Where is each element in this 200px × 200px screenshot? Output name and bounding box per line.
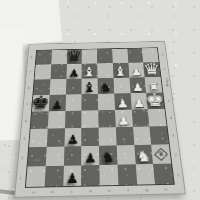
piece-white-pawn: ♟ <box>117 98 129 110</box>
rank-label: 3 <box>22 133 27 144</box>
square-a8[interactable] <box>36 50 52 65</box>
square-c4[interactable] <box>65 111 82 129</box>
rank-label: 4 <box>168 112 174 123</box>
square-e2[interactable]: ♞ <box>99 145 117 165</box>
piece-black-bishop: ♝ <box>82 80 97 94</box>
square-b7[interactable] <box>50 64 66 79</box>
square-b1[interactable] <box>44 166 63 187</box>
piece-white-bishop: ♝ <box>82 65 96 78</box>
square-d2[interactable]: ♟ <box>81 146 99 166</box>
square-h4[interactable] <box>148 109 167 127</box>
square-c8[interactable]: ♛ <box>66 50 81 64</box>
board-logo-emblem: ♛ <box>155 149 166 159</box>
square-b5[interactable]: ♟ <box>49 95 66 112</box>
square-b8[interactable] <box>51 50 67 64</box>
square-f1[interactable] <box>117 164 136 185</box>
square-h7[interactable]: ♛ <box>143 62 160 77</box>
square-b6[interactable] <box>49 79 66 95</box>
square-g8[interactable] <box>127 48 143 62</box>
rank-label: 8 <box>160 50 165 59</box>
file-label: d <box>85 189 97 194</box>
rank-label: 2 <box>173 148 179 160</box>
square-c2[interactable] <box>63 146 81 166</box>
piece-white-pawn: ♟ <box>117 115 130 127</box>
rank-label: 3 <box>170 130 176 141</box>
square-f5[interactable]: ♟ <box>114 93 131 110</box>
square-g2[interactable]: ♞ <box>134 145 153 165</box>
rank-label: 7 <box>162 64 167 73</box>
rank-label: 1 <box>18 171 24 184</box>
piece-black-queen: ♛ <box>66 49 83 64</box>
square-g6[interactable]: ♟ <box>129 77 146 93</box>
square-b3[interactable] <box>47 128 65 147</box>
square-d4[interactable] <box>82 110 99 128</box>
rank-label: 6 <box>26 82 31 92</box>
square-g3[interactable] <box>133 126 152 145</box>
square-a2[interactable] <box>28 147 47 167</box>
board-grid: ♛♟♝♝♟♛♝♞♟♜♚♟♟♟♚♟♟♟♞♞♛♟ <box>25 47 175 188</box>
square-e1[interactable] <box>99 165 118 186</box>
piece-white-pawn: ♟ <box>133 98 146 110</box>
square-a4[interactable] <box>31 111 49 129</box>
square-a3[interactable] <box>29 129 47 148</box>
rank-label: 2 <box>20 152 26 164</box>
square-h2[interactable]: ♛ <box>151 144 171 164</box>
square-b2[interactable] <box>45 147 64 167</box>
square-f2[interactable] <box>116 145 135 165</box>
square-d1[interactable] <box>81 165 99 186</box>
rank-label: 1 <box>175 168 181 180</box>
piece-black-pawn: ♟ <box>84 152 97 166</box>
file-label: c <box>66 189 78 194</box>
file-label: f <box>122 188 134 193</box>
square-e6[interactable]: ♞ <box>98 78 114 94</box>
square-f8[interactable] <box>112 49 128 63</box>
rank-label: 5 <box>25 98 30 108</box>
square-c1[interactable]: ♟ <box>63 165 82 186</box>
square-d6[interactable]: ♝ <box>82 78 98 94</box>
piece-black-pawn: ♟ <box>68 68 79 78</box>
file-label: g <box>141 188 153 193</box>
square-c7[interactable]: ♟ <box>66 64 82 79</box>
file-label: a <box>28 190 40 195</box>
square-f6[interactable] <box>113 78 130 94</box>
piece-white-pawn: ♟ <box>132 82 144 93</box>
square-a7[interactable] <box>35 64 52 79</box>
file-label: e <box>103 188 115 193</box>
piece-black-pawn: ♟ <box>66 134 79 147</box>
square-e8[interactable] <box>97 49 113 63</box>
rank-label: 5 <box>166 95 171 105</box>
board-edge-text: chess <box>165 78 170 87</box>
square-d5[interactable] <box>82 94 99 111</box>
piece-black-pawn: ♟ <box>51 100 63 112</box>
square-h5[interactable]: ♚ <box>146 93 164 110</box>
square-h1[interactable] <box>153 164 173 185</box>
piece-white-queen: ♛ <box>143 61 162 77</box>
square-d7[interactable]: ♝ <box>82 63 98 78</box>
board-frame: abcdefgh 87654321 87654321 chess ♛♟♝♝♟♛♝… <box>14 41 186 198</box>
piece-black-pawn: ♟ <box>65 172 78 186</box>
piece-white-king: ♚ <box>145 91 166 109</box>
square-e3[interactable] <box>99 127 117 146</box>
square-c6[interactable] <box>66 79 82 95</box>
square-g4[interactable] <box>131 109 149 127</box>
square-c3[interactable]: ♟ <box>64 128 82 147</box>
square-f4[interactable]: ♟ <box>115 110 133 128</box>
chess-board: abcdefgh 87654321 87654321 chess ♛♟♝♝♟♛♝… <box>14 41 186 198</box>
square-g1[interactable] <box>135 164 155 185</box>
piece-white-knight: ♞ <box>136 149 152 164</box>
square-a5[interactable]: ♚ <box>32 95 49 112</box>
square-b4[interactable] <box>48 111 66 129</box>
square-d3[interactable] <box>81 128 98 147</box>
file-label: b <box>47 190 59 195</box>
square-d8[interactable] <box>82 49 97 63</box>
piece-white-bishop: ♝ <box>113 65 128 78</box>
piece-black-knight: ♞ <box>101 150 116 165</box>
file-label: h <box>160 187 172 192</box>
rank-label: 4 <box>23 115 28 126</box>
square-e7[interactable] <box>97 63 113 78</box>
rank-label: 7 <box>28 67 33 76</box>
square-f3[interactable] <box>116 127 134 146</box>
square-h3[interactable] <box>150 126 169 145</box>
piece-black-knight: ♞ <box>99 81 112 93</box>
square-e5[interactable] <box>98 94 115 111</box>
square-f7[interactable]: ♝ <box>113 63 129 78</box>
piece-white-pawn: ♟ <box>130 67 142 77</box>
rank-label: 8 <box>29 53 34 62</box>
square-e4[interactable] <box>98 110 115 128</box>
photo-background: abcdefgh 87654321 87654321 chess ♛♟♝♝♟♛♝… <box>0 0 200 200</box>
square-c5[interactable] <box>65 94 82 111</box>
square-a1[interactable] <box>26 166 46 187</box>
